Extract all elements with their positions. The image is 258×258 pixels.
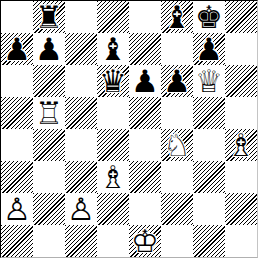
square-e2[interactable]	[129, 193, 161, 225]
square-b5[interactable]: ♜♖	[33, 97, 65, 129]
black-rook-glyph: ♜	[33, 1, 65, 33]
square-a8[interactable]	[1, 1, 33, 33]
square-b4[interactable]	[33, 129, 65, 161]
square-h2[interactable]	[225, 193, 257, 225]
square-f1[interactable]	[161, 225, 193, 257]
square-h5[interactable]	[225, 97, 257, 129]
black-pawn-glyph: ♟	[193, 33, 225, 65]
square-f4[interactable]: ♞♘	[161, 129, 193, 161]
square-g4[interactable]	[193, 129, 225, 161]
white-bishop-glyph: ♗	[97, 161, 129, 193]
square-b8[interactable]: ♜♜	[33, 1, 65, 33]
square-g3[interactable]	[193, 161, 225, 193]
square-e5[interactable]	[129, 97, 161, 129]
black-bishop-glyph: ♝	[97, 33, 129, 65]
square-h3[interactable]	[225, 161, 257, 193]
square-b1[interactable]	[33, 225, 65, 257]
square-h8[interactable]	[225, 1, 257, 33]
square-c7[interactable]	[65, 33, 97, 65]
piece-white-pawn: ♟♙	[1, 193, 33, 225]
square-e8[interactable]	[129, 1, 161, 33]
square-g2[interactable]	[193, 193, 225, 225]
piece-white-queen: ♛♕	[193, 65, 225, 97]
square-d7[interactable]: ♝♝	[97, 33, 129, 65]
square-g7[interactable]: ♟♟	[193, 33, 225, 65]
piece-black-pawn: ♟♟	[1, 33, 33, 65]
white-bishop-glyph: ♗	[225, 129, 257, 161]
piece-black-pawn: ♟♟	[129, 65, 161, 97]
square-f3[interactable]	[161, 161, 193, 193]
square-b2[interactable]	[33, 193, 65, 225]
black-queen-glyph: ♛	[97, 65, 129, 97]
square-d5[interactable]	[97, 97, 129, 129]
square-h7[interactable]	[225, 33, 257, 65]
black-pawn-glyph: ♟	[33, 33, 65, 65]
black-pawn-glyph: ♟	[161, 65, 193, 97]
piece-black-queen: ♛♛	[97, 65, 129, 97]
square-a1[interactable]	[1, 225, 33, 257]
square-c1[interactable]	[65, 225, 97, 257]
piece-black-bishop: ♝♝	[97, 33, 129, 65]
piece-white-rook: ♜♖	[33, 97, 65, 129]
square-g5[interactable]	[193, 97, 225, 129]
piece-black-rook: ♜♜	[33, 1, 65, 33]
chess-board: ♜♜♝♝♚♚♟♟♟♟♝♝♟♟♛♛♟♟♟♟♛♕♜♖♞♘♝♗♝♗♟♙♟♙♚♔	[0, 0, 258, 258]
white-rook-glyph: ♖	[33, 97, 65, 129]
square-e7[interactable]	[129, 33, 161, 65]
piece-black-pawn: ♟♟	[33, 33, 65, 65]
square-b6[interactable]	[33, 65, 65, 97]
square-b7[interactable]: ♟♟	[33, 33, 65, 65]
square-e6[interactable]: ♟♟	[129, 65, 161, 97]
square-a5[interactable]	[1, 97, 33, 129]
piece-white-knight: ♞♘	[161, 129, 193, 161]
square-c2[interactable]: ♟♙	[65, 193, 97, 225]
square-d3[interactable]: ♝♗	[97, 161, 129, 193]
square-e3[interactable]	[129, 161, 161, 193]
square-d8[interactable]	[97, 1, 129, 33]
square-d6[interactable]: ♛♛	[97, 65, 129, 97]
piece-black-pawn: ♟♟	[193, 33, 225, 65]
piece-black-bishop: ♝♝	[161, 1, 193, 33]
chess-board-grid: ♜♜♝♝♚♚♟♟♟♟♝♝♟♟♛♛♟♟♟♟♛♕♜♖♞♘♝♗♝♗♟♙♟♙♚♔	[1, 1, 257, 257]
square-b3[interactable]	[33, 161, 65, 193]
square-c6[interactable]	[65, 65, 97, 97]
square-d1[interactable]	[97, 225, 129, 257]
square-g8[interactable]: ♚♚	[193, 1, 225, 33]
square-d4[interactable]	[97, 129, 129, 161]
square-f2[interactable]	[161, 193, 193, 225]
square-g1[interactable]	[193, 225, 225, 257]
square-a7[interactable]: ♟♟	[1, 33, 33, 65]
piece-black-king: ♚♚	[193, 1, 225, 33]
square-c8[interactable]	[65, 1, 97, 33]
black-pawn-glyph: ♟	[1, 33, 33, 65]
square-f5[interactable]	[161, 97, 193, 129]
square-f6[interactable]: ♟♟	[161, 65, 193, 97]
black-bishop-glyph: ♝	[161, 1, 193, 33]
square-c3[interactable]	[65, 161, 97, 193]
square-a6[interactable]	[1, 65, 33, 97]
black-king-glyph: ♚	[193, 1, 225, 33]
square-h1[interactable]	[225, 225, 257, 257]
piece-white-bishop: ♝♗	[97, 161, 129, 193]
square-a3[interactable]	[1, 161, 33, 193]
piece-white-pawn: ♟♙	[65, 193, 97, 225]
square-g6[interactable]: ♛♕	[193, 65, 225, 97]
square-e4[interactable]	[129, 129, 161, 161]
square-a4[interactable]	[1, 129, 33, 161]
piece-white-bishop: ♝♗	[225, 129, 257, 161]
square-e1[interactable]: ♚♔	[129, 225, 161, 257]
white-pawn-glyph: ♙	[65, 193, 97, 225]
square-h6[interactable]	[225, 65, 257, 97]
square-d2[interactable]	[97, 193, 129, 225]
square-h4[interactable]: ♝♗	[225, 129, 257, 161]
square-a2[interactable]: ♟♙	[1, 193, 33, 225]
piece-black-pawn: ♟♟	[161, 65, 193, 97]
square-f8[interactable]: ♝♝	[161, 1, 193, 33]
square-c4[interactable]	[65, 129, 97, 161]
white-king-glyph: ♔	[129, 225, 161, 257]
square-c5[interactable]	[65, 97, 97, 129]
white-queen-glyph: ♕	[193, 65, 225, 97]
white-knight-glyph: ♘	[161, 129, 193, 161]
white-pawn-glyph: ♙	[1, 193, 33, 225]
piece-white-king: ♚♔	[129, 225, 161, 257]
square-f7[interactable]	[161, 33, 193, 65]
black-pawn-glyph: ♟	[129, 65, 161, 97]
